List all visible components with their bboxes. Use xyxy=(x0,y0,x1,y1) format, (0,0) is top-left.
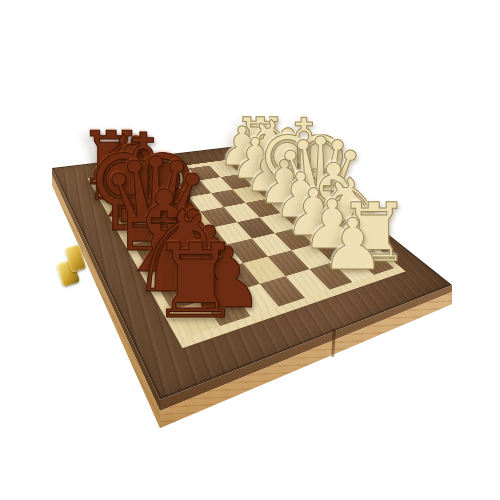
chess-set-photo: ♜♞♝♛♚♝♞♜♟♟♟♟♟♟♟♟♟♟♟♟♟♟♟♟♜♞♝♛♚♝♞♜ xyxy=(0,0,500,500)
box-side-right xyxy=(160,285,452,435)
brass-latch-icon xyxy=(58,246,92,290)
box-side-left xyxy=(52,168,160,433)
